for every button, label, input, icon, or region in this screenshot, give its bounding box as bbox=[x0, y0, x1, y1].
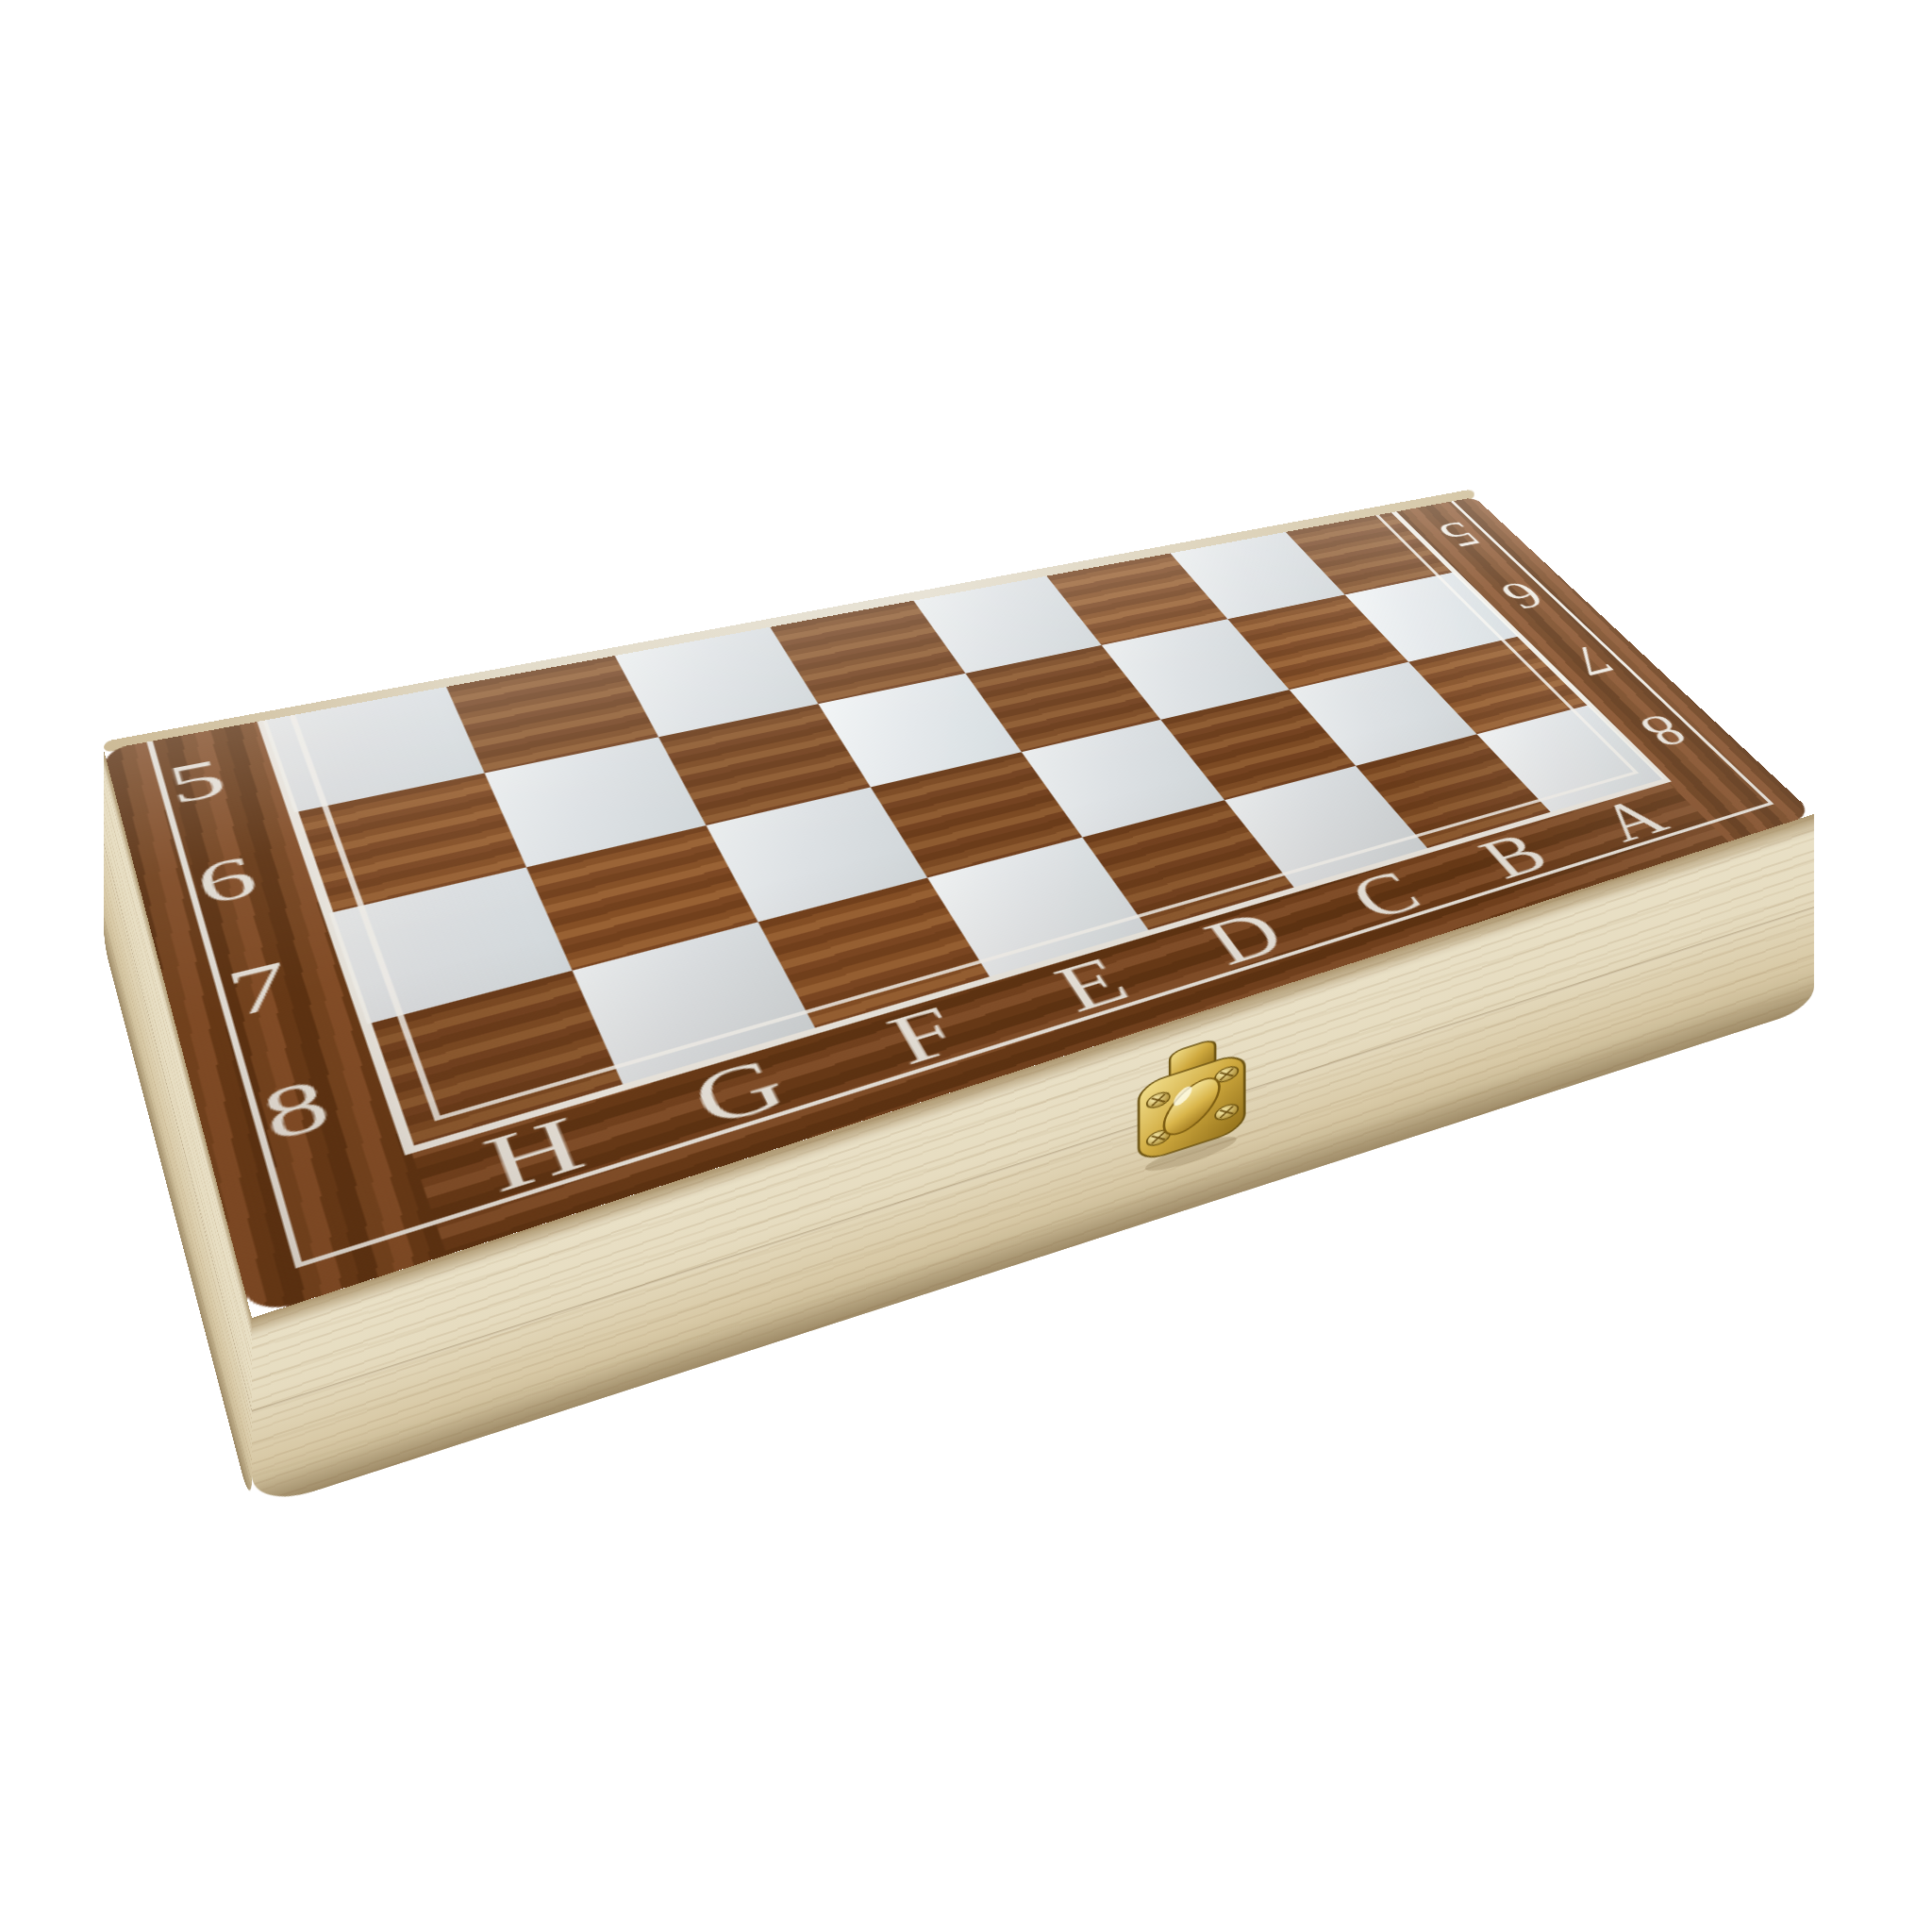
brass-clasp-icon bbox=[1131, 1024, 1253, 1187]
product-photo-chess-box: 5678 5678 HGFEDCBA bbox=[0, 0, 1932, 1932]
